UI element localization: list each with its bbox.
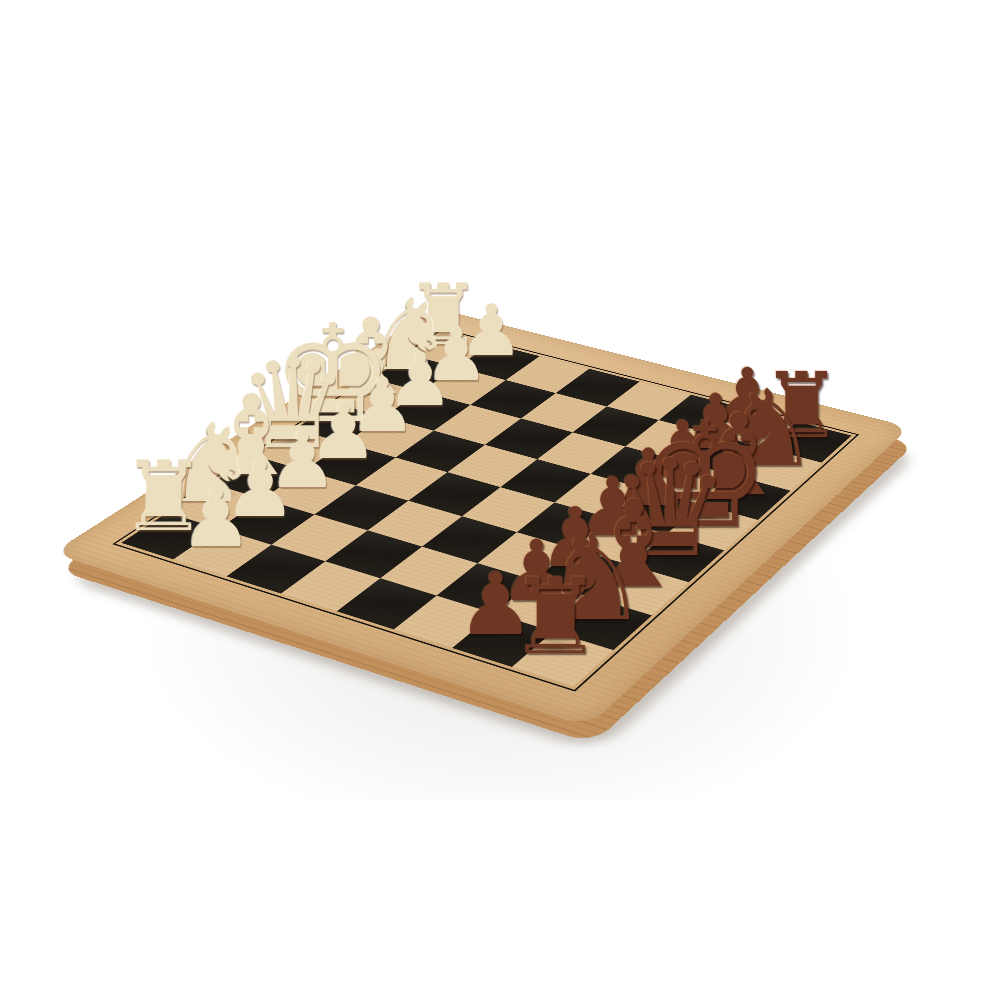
pawn-icon: ♟ [180, 478, 253, 559]
rook-icon: ♜ [509, 565, 603, 670]
chess-set-photo: ♜♞♝♛♚♝♞♜♟♟♟♟♟♟♟♟♟♟♟♟♟♟♟♟♜♞♝♛♚♝♞♜ [0, 0, 1001, 1001]
